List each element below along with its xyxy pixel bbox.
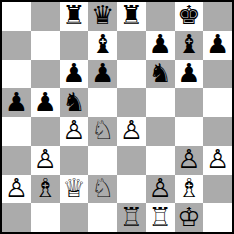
piece-white-pawn: ♙ <box>177 146 200 172</box>
square-f4[interactable] <box>146 117 175 146</box>
piece-white-pawn: ♙ <box>206 146 229 172</box>
square-d4[interactable]: ♘ <box>88 117 117 146</box>
square-f5[interactable] <box>146 88 175 117</box>
square-e6[interactable] <box>117 60 146 89</box>
square-b7[interactable] <box>31 31 60 60</box>
square-g6[interactable]: ♟ <box>175 60 204 89</box>
square-f6[interactable]: ♞ <box>146 60 175 89</box>
square-d8[interactable]: ♛ <box>88 2 117 31</box>
square-d2[interactable]: ♘ <box>88 175 117 204</box>
square-a2[interactable]: ♙ <box>2 175 31 204</box>
square-a3[interactable] <box>2 146 31 175</box>
square-d7[interactable]: ♝ <box>88 31 117 60</box>
square-d5[interactable] <box>88 88 117 117</box>
square-h1[interactable] <box>203 203 232 232</box>
piece-black-bishop: ♝ <box>177 31 200 57</box>
piece-white-knight: ♘ <box>91 175 114 201</box>
piece-white-rook: ♖ <box>148 204 171 230</box>
square-g4[interactable] <box>175 117 204 146</box>
piece-black-rook: ♜ <box>62 2 85 28</box>
square-c3[interactable] <box>60 146 89 175</box>
square-c8[interactable]: ♜ <box>60 2 89 31</box>
piece-black-knight: ♞ <box>62 89 85 115</box>
piece-white-bishop: ♗ <box>177 175 200 201</box>
square-g2[interactable]: ♗ <box>175 175 204 204</box>
square-c7[interactable] <box>60 31 89 60</box>
square-e5[interactable] <box>117 88 146 117</box>
square-g3[interactable]: ♙ <box>175 146 204 175</box>
square-h6[interactable] <box>203 60 232 89</box>
square-a5[interactable]: ♟ <box>2 88 31 117</box>
square-h2[interactable] <box>203 175 232 204</box>
square-a4[interactable] <box>2 117 31 146</box>
square-h4[interactable] <box>203 117 232 146</box>
piece-black-pawn: ♟ <box>91 60 114 86</box>
piece-white-pawn: ♙ <box>148 175 171 201</box>
piece-black-pawn: ♟ <box>33 89 56 115</box>
piece-black-pawn: ♟ <box>148 31 171 57</box>
piece-black-pawn: ♟ <box>206 31 229 57</box>
piece-white-pawn: ♙ <box>5 175 28 201</box>
square-f1[interactable]: ♖ <box>146 203 175 232</box>
piece-black-knight: ♞ <box>148 60 171 86</box>
square-c1[interactable] <box>60 203 89 232</box>
square-e2[interactable] <box>117 175 146 204</box>
piece-black-bishop: ♝ <box>91 31 114 57</box>
square-e1[interactable]: ♖ <box>117 203 146 232</box>
square-d6[interactable]: ♟ <box>88 60 117 89</box>
piece-black-pawn: ♟ <box>5 89 28 115</box>
piece-white-pawn: ♙ <box>33 146 56 172</box>
chess-board: ♜♛♜♚♝♟♝♟♟♟♞♟♟♟♞♙♘♙♙♙♙♙♗♕♘♙♗♖♖♔ <box>2 2 232 232</box>
square-a1[interactable] <box>2 203 31 232</box>
board-frame: ♜♛♜♚♝♟♝♟♟♟♞♟♟♟♞♙♘♙♙♙♙♙♗♕♘♙♗♖♖♔ <box>0 0 234 234</box>
piece-white-pawn: ♙ <box>62 117 85 143</box>
square-g5[interactable] <box>175 88 204 117</box>
piece-white-queen: ♕ <box>62 175 85 201</box>
square-a7[interactable] <box>2 31 31 60</box>
piece-black-rook: ♜ <box>120 2 143 28</box>
square-b2[interactable]: ♗ <box>31 175 60 204</box>
square-b4[interactable] <box>31 117 60 146</box>
square-g1[interactable]: ♔ <box>175 203 204 232</box>
piece-black-pawn: ♟ <box>62 60 85 86</box>
square-c2[interactable]: ♕ <box>60 175 89 204</box>
piece-white-rook: ♖ <box>120 204 143 230</box>
piece-black-king: ♚ <box>177 2 200 28</box>
square-h7[interactable]: ♟ <box>203 31 232 60</box>
square-d1[interactable] <box>88 203 117 232</box>
square-c4[interactable]: ♙ <box>60 117 89 146</box>
square-g7[interactable]: ♝ <box>175 31 204 60</box>
square-e3[interactable] <box>117 146 146 175</box>
square-e8[interactable]: ♜ <box>117 2 146 31</box>
piece-white-knight: ♘ <box>91 117 114 143</box>
piece-white-bishop: ♗ <box>33 175 56 201</box>
square-b3[interactable]: ♙ <box>31 146 60 175</box>
square-h3[interactable]: ♙ <box>203 146 232 175</box>
square-f3[interactable] <box>146 146 175 175</box>
piece-black-queen: ♛ <box>91 2 114 28</box>
square-b1[interactable] <box>31 203 60 232</box>
square-f7[interactable]: ♟ <box>146 31 175 60</box>
square-b6[interactable] <box>31 60 60 89</box>
square-e4[interactable]: ♙ <box>117 117 146 146</box>
square-c5[interactable]: ♞ <box>60 88 89 117</box>
square-c6[interactable]: ♟ <box>60 60 89 89</box>
square-f2[interactable]: ♙ <box>146 175 175 204</box>
square-h5[interactable] <box>203 88 232 117</box>
piece-white-pawn: ♙ <box>120 117 143 143</box>
square-h8[interactable] <box>203 2 232 31</box>
square-d3[interactable] <box>88 146 117 175</box>
square-g8[interactable]: ♚ <box>175 2 204 31</box>
square-f8[interactable] <box>146 2 175 31</box>
square-b8[interactable] <box>31 2 60 31</box>
square-a8[interactable] <box>2 2 31 31</box>
piece-white-king: ♔ <box>177 204 200 230</box>
piece-black-pawn: ♟ <box>177 60 200 86</box>
square-e7[interactable] <box>117 31 146 60</box>
square-a6[interactable] <box>2 60 31 89</box>
square-b5[interactable]: ♟ <box>31 88 60 117</box>
